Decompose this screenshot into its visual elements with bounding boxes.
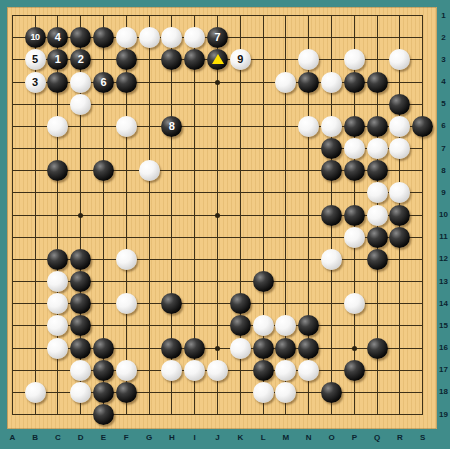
stone-M18[interactable] [275,382,296,403]
coord-label-col-N: N [303,434,315,442]
stone-I17[interactable] [184,360,205,381]
stone-N17[interactable] [298,360,319,381]
stone-D4[interactable] [70,72,91,93]
stone-F3[interactable] [116,49,137,70]
stone-C2[interactable]: 4 [47,27,68,48]
coord-label-row-12: 12 [437,255,450,263]
stone-Q12[interactable] [367,249,388,270]
stone-E17[interactable] [93,360,114,381]
stone-D15[interactable] [70,315,91,336]
stone-P17[interactable] [344,360,365,381]
stone-I16[interactable] [184,338,205,359]
stone-O12[interactable] [321,249,342,270]
stone-D2[interactable] [70,27,91,48]
stone-D18[interactable] [70,382,91,403]
stone-Q4[interactable] [367,72,388,93]
coord-label-col-B: B [29,434,41,442]
stone-S6[interactable] [412,116,433,137]
stone-O18[interactable] [321,382,342,403]
stone-J2[interactable]: 7 [207,27,228,48]
stone-N6[interactable] [298,116,319,137]
stone-D16[interactable] [70,338,91,359]
star-point [215,80,220,85]
stone-C8[interactable] [47,160,68,181]
stone-G8[interactable] [139,160,160,181]
stone-Q8[interactable] [367,160,388,181]
star-point [215,213,220,218]
stone-E19[interactable] [93,404,114,425]
go-board[interactable]: 10475129368 [7,7,437,429]
stone-H2[interactable] [161,27,182,48]
stone-P7[interactable] [344,138,365,159]
stone-D12[interactable] [70,249,91,270]
stone-C16[interactable] [47,338,68,359]
move-number-9: 9 [237,54,243,65]
coord-label-col-E: E [98,434,110,442]
star-point [352,346,357,351]
stone-Q11[interactable] [367,227,388,248]
coord-label-col-J: J [212,434,224,442]
coord-label-col-K: K [234,434,246,442]
stone-F14[interactable] [116,293,137,314]
stone-L13[interactable] [253,271,274,292]
coord-label-col-P: P [348,434,360,442]
stone-C3[interactable]: 1 [47,49,68,70]
stone-P8[interactable] [344,160,365,181]
stone-P11[interactable] [344,227,365,248]
stone-D14[interactable] [70,293,91,314]
stone-B18[interactable] [25,382,46,403]
stone-O8[interactable] [321,160,342,181]
stone-Q16[interactable] [367,338,388,359]
coord-label-col-S: S [417,434,429,442]
stone-O10[interactable] [321,205,342,226]
stone-R5[interactable] [389,94,410,115]
star-point [215,346,220,351]
coord-label-col-D: D [75,434,87,442]
stone-K15[interactable] [230,315,251,336]
stone-Q7[interactable] [367,138,388,159]
move-number-4: 4 [55,32,61,43]
stone-M16[interactable] [275,338,296,359]
stone-N16[interactable] [298,338,319,359]
coord-label-col-I: I [189,434,201,442]
coord-label-row-1: 1 [437,12,450,20]
coord-label-row-9: 9 [437,189,450,197]
coord-label-col-G: G [143,434,155,442]
coord-label-col-L: L [257,434,269,442]
move-number-6: 6 [100,77,106,88]
stone-R10[interactable] [389,205,410,226]
stone-H14[interactable] [161,293,182,314]
stone-P3[interactable] [344,49,365,70]
coord-label-row-8: 8 [437,167,450,175]
coord-label-col-O: O [326,434,338,442]
move-number-7: 7 [214,32,220,43]
coord-label-col-R: R [394,434,406,442]
stone-C14[interactable] [47,293,68,314]
stone-P10[interactable] [344,205,365,226]
stone-O7[interactable] [321,138,342,159]
coord-label-row-5: 5 [437,100,450,108]
coord-label-row-4: 4 [437,78,450,86]
stone-R9[interactable] [389,182,410,203]
coord-label-row-7: 7 [437,145,450,153]
stone-F4[interactable] [116,72,137,93]
coord-label-row-17: 17 [437,366,450,374]
stone-C6[interactable] [47,116,68,137]
stone-E2[interactable] [93,27,114,48]
stone-L18[interactable] [253,382,274,403]
stone-I3[interactable] [184,49,205,70]
stone-D5[interactable] [70,94,91,115]
stone-H16[interactable] [161,338,182,359]
stone-E16[interactable] [93,338,114,359]
stone-R11[interactable] [389,227,410,248]
triangle-marker-icon [212,54,224,64]
stone-E4[interactable]: 6 [93,72,114,93]
coord-label-row-10: 10 [437,211,450,219]
go-game-screenshot: 10475129368 ABCDEFGHIJKLMNOPQRS123456789… [0,0,450,449]
stone-F12[interactable] [116,249,137,270]
stone-C13[interactable] [47,271,68,292]
stone-I2[interactable] [184,27,205,48]
stone-B2[interactable]: 10 [25,27,46,48]
stone-Q10[interactable] [367,205,388,226]
move-number-1: 1 [55,54,61,65]
stone-L17[interactable] [253,360,274,381]
stone-C15[interactable] [47,315,68,336]
stone-F17[interactable] [116,360,137,381]
coord-label-col-C: C [52,434,64,442]
stone-L16[interactable] [253,338,274,359]
stone-C12[interactable] [47,249,68,270]
coord-label-row-3: 3 [437,56,450,64]
stone-L15[interactable] [253,315,274,336]
stone-D17[interactable] [70,360,91,381]
move-number-3: 3 [32,77,38,88]
coord-label-row-6: 6 [437,122,450,130]
stone-K3[interactable]: 9 [230,49,251,70]
stone-R6[interactable] [389,116,410,137]
stone-M15[interactable] [275,315,296,336]
move-number-10: 10 [31,33,40,42]
stone-F2[interactable] [116,27,137,48]
coord-label-row-14: 14 [437,300,450,308]
stone-D13[interactable] [70,271,91,292]
stone-H17[interactable] [161,360,182,381]
coord-label-col-M: M [280,434,292,442]
stone-R3[interactable] [389,49,410,70]
move-number-2: 2 [78,54,84,65]
coord-label-col-Q: Q [371,434,383,442]
stone-N15[interactable] [298,315,319,336]
stone-P4[interactable] [344,72,365,93]
coord-label-col-H: H [166,434,178,442]
coord-label-row-15: 15 [437,322,450,330]
coord-label-col-F: F [120,434,132,442]
stone-P14[interactable] [344,293,365,314]
stone-Q9[interactable] [367,182,388,203]
star-point [78,213,83,218]
stone-G2[interactable] [139,27,160,48]
stone-Q6[interactable] [367,116,388,137]
coord-label-row-19: 19 [437,411,450,419]
coord-label-col-A: A [6,434,18,442]
coord-label-row-11: 11 [437,233,450,241]
grid-line [12,414,422,415]
stone-M17[interactable] [275,360,296,381]
stone-R7[interactable] [389,138,410,159]
stone-N3[interactable] [298,49,319,70]
move-number-8: 8 [169,121,175,132]
coord-label-row-2: 2 [437,34,450,42]
move-number-5: 5 [32,54,38,65]
stone-H3[interactable] [161,49,182,70]
coord-label-row-13: 13 [437,278,450,286]
stone-K16[interactable] [230,338,251,359]
stone-H6[interactable]: 8 [161,116,182,137]
stone-B3[interactable]: 5 [25,49,46,70]
stone-J17[interactable] [207,360,228,381]
stone-K14[interactable] [230,293,251,314]
stone-N4[interactable] [298,72,319,93]
stone-O4[interactable] [321,72,342,93]
stone-E8[interactable] [93,160,114,181]
stone-F18[interactable] [116,382,137,403]
stone-E18[interactable] [93,382,114,403]
stone-M4[interactable] [275,72,296,93]
stone-O6[interactable] [321,116,342,137]
coord-label-row-16: 16 [437,344,450,352]
stone-P6[interactable] [344,116,365,137]
stone-B4[interactable]: 3 [25,72,46,93]
stone-D3[interactable]: 2 [70,49,91,70]
grid-line [422,16,423,415]
coord-label-row-18: 18 [437,388,450,396]
stone-C4[interactable] [47,72,68,93]
stone-F6[interactable] [116,116,137,137]
